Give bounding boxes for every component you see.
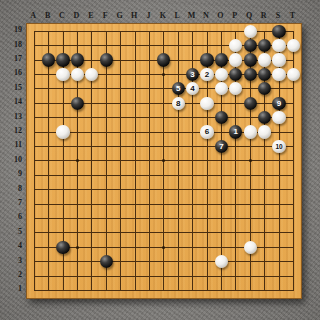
stone-white — [215, 82, 228, 95]
move-number-label: 7 — [219, 142, 223, 151]
stone-black — [258, 82, 271, 95]
stone-black — [100, 53, 113, 66]
row-label: 12 — [2, 127, 22, 135]
column-label: Q — [246, 12, 252, 20]
stone-white — [287, 39, 300, 52]
stone-white — [272, 39, 285, 52]
row-label: 16 — [2, 69, 22, 77]
stone-white — [258, 125, 271, 138]
stone-white — [272, 111, 285, 124]
stone-black — [258, 68, 271, 81]
stone-black — [71, 53, 84, 66]
star-point — [76, 246, 79, 249]
stone-white: 10 — [272, 140, 285, 153]
stone-black — [258, 39, 271, 52]
stone-white — [244, 125, 257, 138]
row-label: 4 — [2, 242, 22, 250]
stone-black — [244, 39, 257, 52]
stone-white: 4 — [186, 82, 199, 95]
row-label: 5 — [2, 228, 22, 236]
stone-black — [244, 68, 257, 81]
stone-white — [56, 125, 69, 138]
stone-black — [215, 53, 228, 66]
stone-white — [244, 241, 257, 254]
column-label: P — [232, 12, 237, 20]
row-label: 1 — [2, 285, 22, 293]
column-label: L — [175, 12, 180, 20]
stone-black — [200, 53, 213, 66]
board-gridline-vertical — [178, 31, 179, 291]
stone-white — [229, 39, 242, 52]
column-label: D — [74, 12, 80, 20]
stone-white: 8 — [172, 97, 185, 110]
column-label: S — [276, 12, 280, 20]
move-number-label: 4 — [190, 84, 194, 93]
row-label: 8 — [2, 185, 22, 193]
stone-white: 6 — [200, 125, 213, 138]
column-label: A — [30, 12, 36, 20]
move-number-label: 1 — [234, 127, 238, 136]
stone-black — [229, 68, 242, 81]
stone-white — [287, 68, 300, 81]
go-board: 32548961710 — [26, 23, 302, 299]
row-label: 6 — [2, 213, 22, 221]
column-label: O — [217, 12, 223, 20]
board-gridline-horizontal — [34, 218, 294, 219]
stone-black: 3 — [186, 68, 199, 81]
stone-black — [56, 53, 69, 66]
row-label: 15 — [2, 84, 22, 92]
move-number-label: 10 — [275, 143, 282, 150]
stone-black: 1 — [229, 125, 242, 138]
column-label: H — [131, 12, 137, 20]
stone-white — [215, 255, 228, 268]
board-gridline-horizontal — [34, 189, 294, 190]
board-gridline-horizontal — [34, 290, 294, 291]
move-number-label: 9 — [277, 99, 281, 108]
move-number-label: 5 — [176, 84, 180, 93]
stone-black — [258, 111, 271, 124]
stone-white — [258, 53, 271, 66]
stone-white — [200, 97, 213, 110]
board-gridline-horizontal — [34, 261, 294, 262]
column-label: K — [160, 12, 166, 20]
column-label: G — [116, 12, 122, 20]
go-diagram: 32548961710 ABCDEFGHJKLMNOPQRST191817161… — [0, 0, 320, 320]
row-label: 2 — [2, 271, 22, 279]
row-label: 18 — [2, 41, 22, 49]
row-label: 11 — [2, 141, 22, 149]
move-number-label: 3 — [190, 70, 194, 79]
board-gridline-horizontal — [34, 232, 294, 233]
stone-black — [100, 255, 113, 268]
row-label: 7 — [2, 199, 22, 207]
board-gridline-horizontal — [34, 204, 294, 205]
column-label: N — [203, 12, 209, 20]
stone-black — [272, 25, 285, 38]
stone-white — [272, 68, 285, 81]
stone-black: 7 — [215, 140, 228, 153]
row-label: 10 — [2, 156, 22, 164]
stone-white — [244, 25, 257, 38]
stone-white — [215, 68, 228, 81]
column-label: E — [88, 12, 93, 20]
stone-black — [42, 53, 55, 66]
stone-white — [56, 68, 69, 81]
move-number-label: 6 — [205, 127, 209, 136]
column-label: T — [290, 12, 295, 20]
move-number-label: 8 — [176, 99, 180, 108]
star-point — [162, 159, 165, 162]
column-label: J — [146, 12, 150, 20]
stone-black — [215, 111, 228, 124]
column-label: B — [45, 12, 50, 20]
stone-white — [71, 68, 84, 81]
stone-black — [244, 53, 257, 66]
stone-black: 9 — [272, 97, 285, 110]
row-label: 17 — [2, 55, 22, 63]
row-label: 3 — [2, 257, 22, 265]
stone-white — [85, 68, 98, 81]
row-label: 19 — [2, 26, 22, 34]
row-label: 9 — [2, 170, 22, 178]
stone-black — [71, 97, 84, 110]
column-label: R — [261, 12, 267, 20]
stone-black — [157, 53, 170, 66]
row-label: 13 — [2, 113, 22, 121]
row-label: 14 — [2, 98, 22, 106]
board-gridline-horizontal — [34, 175, 294, 176]
stone-white: 2 — [200, 68, 213, 81]
move-number-label: 2 — [205, 70, 209, 79]
stone-black: 5 — [172, 82, 185, 95]
stone-white — [272, 53, 285, 66]
stone-white — [229, 53, 242, 66]
column-label: C — [59, 12, 65, 20]
stone-black — [244, 97, 257, 110]
column-label: M — [188, 12, 196, 20]
stone-black — [56, 241, 69, 254]
board-gridline-horizontal — [34, 276, 294, 277]
stone-white — [229, 82, 242, 95]
column-label: F — [103, 12, 108, 20]
